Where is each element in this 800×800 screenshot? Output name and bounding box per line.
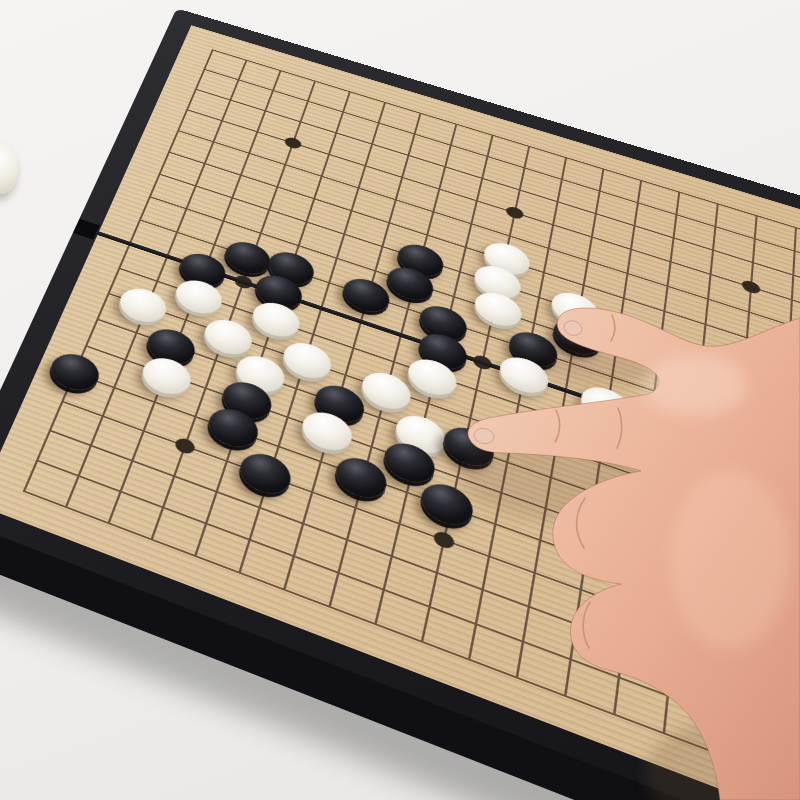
go-board bbox=[0, 25, 800, 800]
loose-white-stone bbox=[0, 142, 18, 194]
photo-scene bbox=[0, 0, 800, 800]
